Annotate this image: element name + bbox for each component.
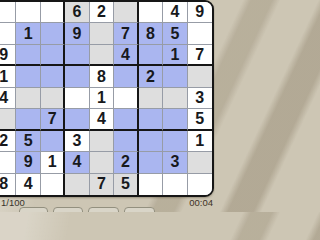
cell-r5c2[interactable] — [16, 88, 40, 109]
cell-r8c8[interactable]: 3 — [163, 152, 187, 173]
cell-r8c5[interactable] — [90, 152, 114, 173]
cell-r8c2[interactable]: 9 — [16, 152, 40, 173]
cell-r4c4[interactable] — [65, 66, 89, 87]
cell-r2c7[interactable]: 8 — [139, 23, 163, 44]
cell-r7c7[interactable] — [139, 131, 163, 152]
cell-r6c9[interactable]: 5 — [188, 109, 212, 130]
cell-r1c8[interactable]: 4 — [163, 2, 187, 23]
cell-r7c2[interactable]: 5 — [16, 131, 40, 152]
cell-r1c1[interactable] — [0, 2, 16, 23]
timer: 00:04 — [189, 197, 213, 208]
cell-r1c6[interactable] — [114, 2, 138, 23]
cell-r5c5[interactable]: 1 — [90, 88, 114, 109]
cell-r8c7[interactable] — [139, 152, 163, 173]
cell-r5c7[interactable] — [139, 88, 163, 109]
cell-r2c2[interactable]: 1 — [16, 23, 40, 44]
cell-r1c3[interactable] — [41, 2, 65, 23]
cell-r1c7[interactable] — [139, 2, 163, 23]
cell-r5c9[interactable]: 3 — [188, 88, 212, 109]
cell-r2c4[interactable]: 9 — [65, 23, 89, 44]
toolbar-button-1[interactable] — [19, 207, 48, 212]
cell-r6c2[interactable] — [16, 109, 40, 130]
cell-r1c5[interactable]: 2 — [90, 2, 114, 23]
cell-r6c3[interactable]: 7 — [41, 109, 65, 130]
cell-r8c1[interactable] — [0, 152, 16, 173]
cell-r9c3[interactable] — [41, 174, 65, 195]
cell-r5c3[interactable] — [41, 88, 65, 109]
cell-r6c4[interactable] — [65, 109, 89, 130]
sudoku-board: 62491978594171824137452531914238475 — [0, 0, 214, 197]
cell-r2c3[interactable] — [41, 23, 65, 44]
cell-r6c1[interactable] — [0, 109, 16, 130]
cell-r7c9[interactable]: 1 — [188, 131, 212, 152]
toolbar-button-2[interactable] — [53, 207, 83, 212]
cell-r9c2[interactable]: 4 — [16, 174, 40, 195]
cell-r6c7[interactable] — [139, 109, 163, 130]
cell-r7c3[interactable] — [41, 131, 65, 152]
cell-r3c1[interactable]: 9 — [0, 45, 16, 66]
cell-r7c5[interactable] — [90, 131, 114, 152]
cell-r5c6[interactable] — [114, 88, 138, 109]
cell-r7c4[interactable]: 3 — [65, 131, 89, 152]
cell-r4c7[interactable]: 2 — [139, 66, 163, 87]
cell-r9c1[interactable]: 8 — [0, 174, 16, 195]
cell-r8c4[interactable]: 4 — [65, 152, 89, 173]
cell-r7c1[interactable]: 2 — [0, 131, 16, 152]
cell-r4c3[interactable] — [41, 66, 65, 87]
cell-r1c2[interactable] — [16, 2, 40, 23]
cell-r2c5[interactable] — [90, 23, 114, 44]
cell-r5c8[interactable] — [163, 88, 187, 109]
cell-r2c9[interactable] — [188, 23, 212, 44]
cell-r4c6[interactable] — [114, 66, 138, 87]
cell-r3c3[interactable] — [41, 45, 65, 66]
cell-r3c6[interactable]: 4 — [114, 45, 138, 66]
cell-r3c5[interactable] — [90, 45, 114, 66]
cell-r4c8[interactable] — [163, 66, 187, 87]
cell-r7c8[interactable] — [163, 131, 187, 152]
cell-r6c6[interactable] — [114, 109, 138, 130]
cell-r3c2[interactable] — [16, 45, 40, 66]
cell-r5c1[interactable]: 4 — [0, 88, 16, 109]
cell-r6c8[interactable] — [163, 109, 187, 130]
toolbar-button-3[interactable] — [88, 207, 119, 212]
cell-r9c4[interactable] — [65, 174, 89, 195]
cell-r3c9[interactable]: 7 — [188, 45, 212, 66]
cell-r7c6[interactable] — [114, 131, 138, 152]
cell-r4c1[interactable]: 1 — [0, 66, 16, 87]
cell-r9c7[interactable] — [139, 174, 163, 195]
cell-r9c6[interactable]: 5 — [114, 174, 138, 195]
cell-r4c2[interactable] — [16, 66, 40, 87]
cell-r8c3[interactable]: 1 — [41, 152, 65, 173]
cell-r8c9[interactable] — [188, 152, 212, 173]
cell-r3c7[interactable] — [139, 45, 163, 66]
cell-r6c5[interactable]: 4 — [90, 109, 114, 130]
cell-r5c4[interactable] — [65, 88, 89, 109]
cell-r4c5[interactable]: 8 — [90, 66, 114, 87]
cell-r1c4[interactable]: 6 — [65, 2, 89, 23]
cell-r3c8[interactable]: 1 — [163, 45, 187, 66]
cell-r2c6[interactable]: 7 — [114, 23, 138, 44]
cell-r2c1[interactable] — [0, 23, 16, 44]
cell-r9c9[interactable] — [188, 174, 212, 195]
cell-r9c8[interactable] — [163, 174, 187, 195]
cell-r3c4[interactable] — [65, 45, 89, 66]
cell-r9c5[interactable]: 7 — [90, 174, 114, 195]
cell-r1c9[interactable]: 9 — [188, 2, 212, 23]
cell-r4c9[interactable] — [188, 66, 212, 87]
cell-r8c6[interactable]: 2 — [114, 152, 138, 173]
cell-r2c8[interactable]: 5 — [163, 23, 187, 44]
toolbar-button-4[interactable] — [124, 207, 155, 212]
